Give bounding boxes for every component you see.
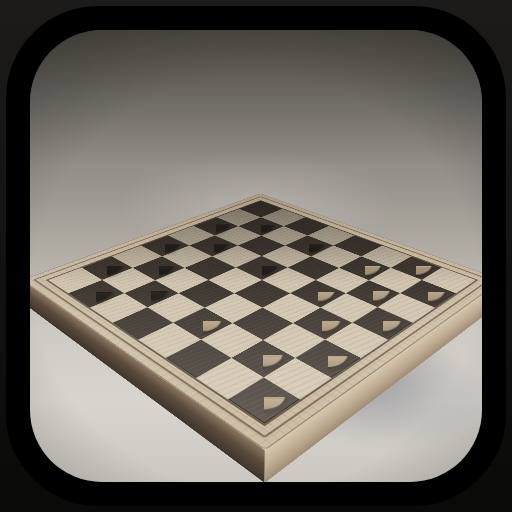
- square-r6-c3: [293, 307, 353, 339]
- piece-top: [200, 230, 227, 243]
- piece-disc: [350, 251, 381, 274]
- piece-side: [248, 212, 275, 232]
- piece-disc: [357, 276, 390, 301]
- piece-disc: [309, 337, 348, 366]
- piece-top: [310, 337, 347, 354]
- square-r0-c5: [193, 217, 238, 235]
- square-r0-c2: [112, 246, 162, 268]
- square-r5-c7: [361, 246, 411, 268]
- piece-disc: [135, 276, 168, 301]
- board-grid: [48, 201, 475, 424]
- square-r3-c7: [308, 226, 355, 245]
- square-r7-c0: [228, 378, 300, 424]
- square-r2-c1: [124, 280, 179, 307]
- piece-disc: [248, 201, 275, 221]
- piece-top: [247, 251, 276, 264]
- piece-disc: [301, 276, 334, 301]
- piece-side: [248, 201, 275, 221]
- square-r1-c3: [162, 246, 212, 268]
- square-r5-c0: [166, 340, 231, 378]
- square-r1-c5: [215, 226, 262, 245]
- square-r1-c7: [261, 209, 305, 226]
- piece-side: [202, 212, 229, 232]
- piece-disc: [185, 304, 221, 331]
- piece-top: [248, 201, 273, 213]
- piece-side: [199, 230, 228, 252]
- piece-disc: [243, 377, 286, 409]
- square-r3-c4: [236, 256, 288, 280]
- square-r7-c2: [296, 340, 361, 378]
- icon-border: [6, 6, 506, 506]
- square-r0-c3: [141, 235, 189, 256]
- square-r2-c6: [261, 226, 308, 245]
- board-photo: [30, 30, 482, 482]
- piece-top: [144, 251, 173, 264]
- piece-side: [350, 251, 381, 274]
- piece-disc: [401, 251, 432, 274]
- square-r7-c6: [401, 280, 456, 307]
- square-r5-c2: [233, 307, 293, 339]
- square-r4-c6: [311, 246, 361, 268]
- piece-disc: [244, 337, 283, 366]
- square-r0-c7: [239, 201, 282, 217]
- piece-side: [143, 251, 174, 274]
- piece-top: [413, 276, 444, 290]
- square-r3-c3: [209, 268, 262, 294]
- piece-top: [151, 230, 178, 243]
- piece-disc: [248, 212, 275, 232]
- square-r2-c5: [237, 235, 285, 256]
- square-r2-c0: [90, 293, 148, 323]
- piece-disc: [246, 251, 277, 274]
- piece-side: [151, 230, 180, 252]
- piece-side: [92, 251, 123, 274]
- square-r0-c4: [168, 226, 215, 245]
- square-r6-c1: [231, 340, 296, 378]
- square-r4-c0: [138, 323, 200, 358]
- piece-top: [244, 377, 284, 396]
- square-r7-c4: [353, 307, 413, 339]
- piece-top: [296, 230, 323, 243]
- piece-top: [402, 251, 431, 264]
- square-r3-c0: [113, 307, 173, 339]
- board-side-left: [30, 280, 265, 482]
- piece-top: [186, 304, 220, 320]
- square-r3-c6: [285, 235, 333, 256]
- piece-disc: [202, 212, 229, 232]
- checkers-board: [30, 193, 482, 450]
- piece-top: [93, 251, 122, 264]
- piece-side: [401, 251, 432, 274]
- scene: [30, 30, 482, 482]
- piece-top: [350, 251, 379, 264]
- piece-disc: [305, 304, 341, 331]
- square-r2-c7: [284, 217, 329, 235]
- square-r4-c7: [334, 235, 382, 256]
- square-r4-c1: [173, 307, 233, 339]
- square-r0-c6: [217, 209, 261, 226]
- piece-disc: [92, 251, 123, 274]
- piece-side: [246, 251, 277, 274]
- square-r1-c4: [189, 235, 237, 256]
- piece-disc: [151, 230, 180, 252]
- piece-top: [366, 304, 400, 320]
- square-r4-c3: [235, 280, 290, 307]
- square-r1-c0: [68, 280, 123, 307]
- square-r3-c5: [262, 246, 312, 268]
- piece-disc: [79, 276, 112, 301]
- square-r2-c3: [185, 256, 237, 280]
- piece-disc: [412, 276, 445, 301]
- piece-top: [80, 276, 111, 290]
- piece-top: [203, 212, 228, 224]
- piece-disc: [295, 230, 324, 252]
- piece-disc: [365, 304, 401, 331]
- piece-disc: [143, 251, 174, 274]
- piece-side: [295, 230, 324, 252]
- piece-top: [248, 212, 273, 224]
- square-r1-c6: [238, 217, 283, 235]
- piece-disc: [199, 230, 228, 252]
- piece-top: [302, 276, 333, 290]
- app-icon[interactable]: [0, 0, 512, 512]
- square-r2-c4: [212, 246, 262, 268]
